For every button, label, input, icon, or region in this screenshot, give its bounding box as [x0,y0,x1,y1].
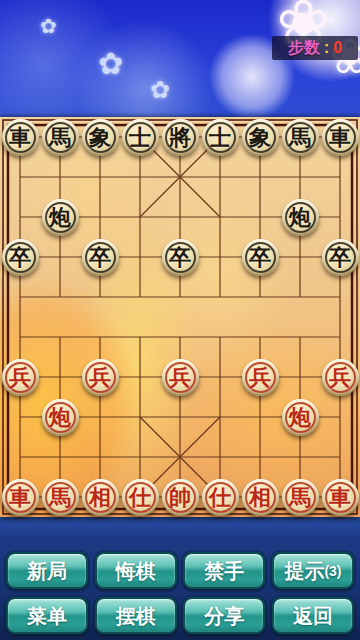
piece-character: 仕 [209,479,231,516]
piece-character: 兵 [9,359,31,396]
xiangqi-piece-black[interactable]: 車 [322,119,359,156]
xiangqi-piece-black[interactable]: 卒 [2,239,39,276]
xiangqi-piece-red[interactable]: 兵 [82,359,119,396]
piece-character: 帥 [169,479,191,516]
piece-character: 馬 [289,119,311,156]
xiangqi-app-screen: ❀ ❀ ✿ ✿ ✿ 步数 : 0 車馬象士將士象馬車炮炮卒卒卒卒卒兵兵兵兵兵炮炮… [0,0,360,640]
xiangqi-piece-red[interactable]: 兵 [242,359,279,396]
xiangqi-piece-red[interactable]: 相 [82,479,119,516]
piece-character: 象 [249,119,271,156]
piece-character: 兵 [169,359,191,396]
move-counter-separator: : [324,40,329,56]
xiangqi-piece-red[interactable]: 車 [322,479,359,516]
xiangqi-piece-red[interactable]: 馬 [282,479,319,516]
piece-character: 車 [9,119,31,156]
xiangqi-piece-black[interactable]: 卒 [242,239,279,276]
control-buttons: 新局 悔棋 禁手 提示(3) 菜单 摆棋 分享 返回 [0,552,360,634]
xiangqi-piece-red[interactable]: 兵 [322,359,359,396]
piece-character: 車 [329,479,351,516]
undo-move-button[interactable]: 悔棋 [95,552,177,589]
pieces-layer: 車馬象士將士象馬車炮炮卒卒卒卒卒兵兵兵兵兵炮炮車馬相仕帥仕相馬車 [0,117,360,517]
piece-character: 炮 [49,399,71,436]
xiangqi-piece-red[interactable]: 炮 [282,399,319,436]
xiangqi-piece-red[interactable]: 炮 [42,399,79,436]
piece-character: 仕 [129,479,151,516]
piece-character: 士 [209,119,231,156]
piece-character: 卒 [249,239,271,276]
piece-character: 兵 [329,359,351,396]
piece-character: 象 [89,119,111,156]
piece-character: 炮 [289,399,311,436]
piece-character: 馬 [49,119,71,156]
piece-character: 相 [89,479,111,516]
xiangqi-piece-black[interactable]: 車 [2,119,39,156]
xiangqi-piece-black[interactable]: 卒 [322,239,359,276]
button-row-top: 新局 悔棋 禁手 提示(3) [0,552,360,589]
flower-icon: ✿ [150,76,170,104]
xiangqi-piece-red[interactable]: 馬 [42,479,79,516]
flower-icon: ✿ [40,14,57,38]
xiangqi-piece-black[interactable]: 卒 [162,239,199,276]
xiangqi-piece-red[interactable]: 相 [242,479,279,516]
xiangqi-piece-red[interactable]: 兵 [162,359,199,396]
back-button[interactable]: 返回 [272,597,354,634]
piece-character: 卒 [89,239,111,276]
xiangqi-piece-red[interactable]: 車 [2,479,39,516]
share-button[interactable]: 分享 [183,597,265,634]
piece-character: 車 [9,479,31,516]
xiangqi-piece-black[interactable]: 象 [242,119,279,156]
xiangqi-piece-black[interactable]: 象 [82,119,119,156]
xiangqi-piece-black[interactable]: 將 [162,119,199,156]
xiangqi-piece-black[interactable]: 馬 [42,119,79,156]
xiangqi-piece-black[interactable]: 卒 [82,239,119,276]
new-game-button[interactable]: 新局 [6,552,88,589]
piece-character: 卒 [329,239,351,276]
xiangqi-piece-red[interactable]: 仕 [122,479,159,516]
xiangqi-piece-black[interactable]: 士 [202,119,239,156]
move-counter-value: 0 [333,40,342,56]
forbidden-move-button[interactable]: 禁手 [183,552,265,589]
xiangqi-piece-black[interactable]: 馬 [282,119,319,156]
xiangqi-board[interactable]: 車馬象士將士象馬車炮炮卒卒卒卒卒兵兵兵兵兵炮炮車馬相仕帥仕相馬車 [0,117,360,517]
piece-character: 炮 [49,199,71,236]
menu-button[interactable]: 菜单 [6,597,88,634]
xiangqi-piece-red[interactable]: 帥 [162,479,199,516]
move-counter-label: 步数 [288,40,320,56]
piece-character: 炮 [289,199,311,236]
xiangqi-piece-black[interactable]: 炮 [42,199,79,236]
setup-board-button[interactable]: 摆棋 [95,597,177,634]
xiangqi-piece-red[interactable]: 仕 [202,479,239,516]
button-row-bottom: 菜单 摆棋 分享 返回 [0,597,360,634]
hint-button[interactable]: 提示(3) [272,552,354,589]
piece-character: 兵 [249,359,271,396]
xiangqi-piece-black[interactable]: 炮 [282,199,319,236]
piece-character: 兵 [89,359,111,396]
piece-character: 卒 [9,239,31,276]
piece-character: 馬 [49,479,71,516]
piece-character: 士 [129,119,151,156]
piece-character: 將 [169,119,191,156]
piece-character: 相 [249,479,271,516]
piece-character: 馬 [289,479,311,516]
xiangqi-piece-red[interactable]: 兵 [2,359,39,396]
piece-character: 車 [329,119,351,156]
xiangqi-piece-black[interactable]: 士 [122,119,159,156]
flower-icon: ✿ [98,46,123,81]
piece-character: 卒 [169,239,191,276]
move-counter: 步数 : 0 [272,36,358,60]
